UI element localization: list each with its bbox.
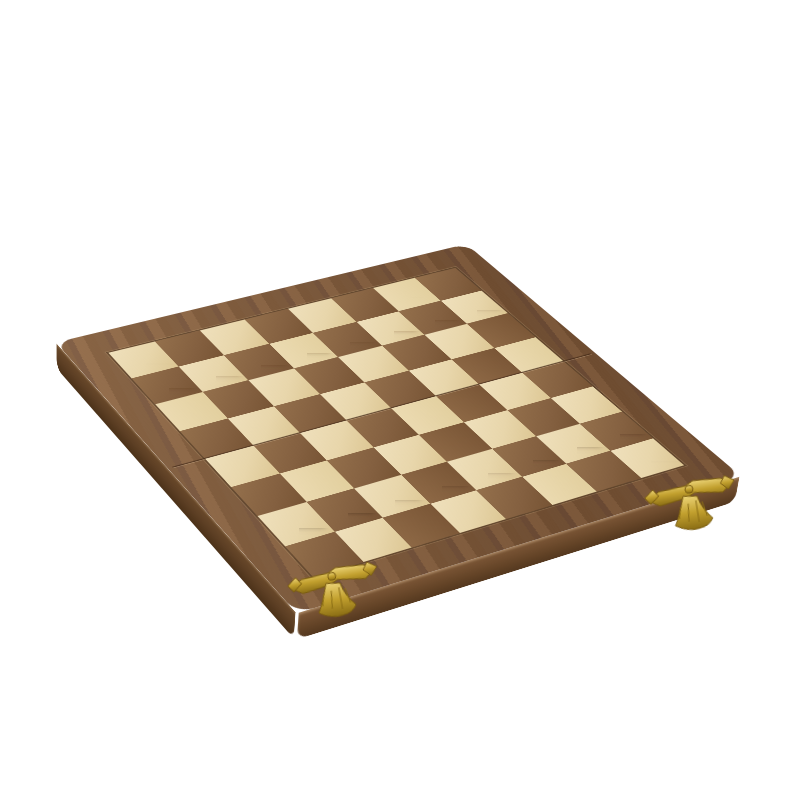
chess-board: ♜♞♝♚♛♝♞♜♟♟♟♟♟♟♟♟♟♟♟♟♟♟♟♟♜♞♝♚♛♝♞♜ bbox=[56, 244, 741, 613]
square-h2[interactable]: ♟ bbox=[132, 366, 203, 404]
chess-board-perspective-wrapper: ♜♞♝♚♛♝♞♜♟♟♟♟♟♟♟♟♟♟♟♟♟♟♟♟♜♞♝♚♛♝♞♜ bbox=[120, 137, 662, 679]
product-photo: ♜♞♝♚♛♝♞♜♟♟♟♟♟♟♟♟♟♟♟♟♟♟♟♟♜♞♝♚♛♝♞♜ bbox=[0, 0, 800, 800]
brass-clasp-right bbox=[640, 464, 745, 540]
